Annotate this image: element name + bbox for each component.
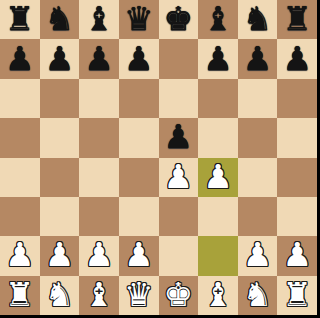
square-h8[interactable]: ♜ — [277, 0, 317, 39]
square-e2[interactable] — [159, 236, 199, 275]
square-f4[interactable]: ♟ — [198, 158, 238, 197]
square-a4[interactable] — [0, 158, 40, 197]
square-c8[interactable]: ♝ — [79, 0, 119, 39]
square-d7[interactable]: ♟ — [119, 39, 159, 78]
piece-black-pawn[interactable]: ♟ — [164, 120, 194, 153]
square-e7[interactable] — [159, 39, 199, 78]
square-g7[interactable]: ♟ — [238, 39, 278, 78]
square-g5[interactable] — [238, 118, 278, 157]
square-h1[interactable]: ♜ — [277, 276, 317, 315]
square-a3[interactable] — [0, 197, 40, 236]
piece-white-bishop[interactable]: ♝ — [84, 278, 114, 311]
piece-black-pawn[interactable]: ♟ — [84, 42, 114, 75]
piece-black-knight[interactable]: ♞ — [243, 2, 273, 35]
piece-white-bishop[interactable]: ♝ — [203, 278, 233, 311]
piece-black-pawn[interactable]: ♟ — [5, 42, 35, 75]
piece-white-knight[interactable]: ♞ — [45, 278, 75, 311]
piece-white-pawn[interactable]: ♟ — [203, 160, 233, 193]
piece-black-rook[interactable]: ♜ — [282, 2, 312, 35]
square-d5[interactable] — [119, 118, 159, 157]
piece-white-queen[interactable]: ♛ — [124, 278, 154, 311]
piece-black-pawn[interactable]: ♟ — [243, 42, 273, 75]
square-d8[interactable]: ♛ — [119, 0, 159, 39]
piece-white-king[interactable]: ♚ — [164, 278, 194, 311]
piece-black-king[interactable]: ♚ — [164, 2, 194, 35]
square-a6[interactable] — [0, 79, 40, 118]
piece-black-pawn[interactable]: ♟ — [282, 42, 312, 75]
square-h2[interactable]: ♟ — [277, 236, 317, 275]
square-c3[interactable] — [79, 197, 119, 236]
square-f1[interactable]: ♝ — [198, 276, 238, 315]
square-h3[interactable] — [277, 197, 317, 236]
piece-black-bishop[interactable]: ♝ — [203, 2, 233, 35]
piece-black-knight[interactable]: ♞ — [45, 2, 75, 35]
piece-white-pawn[interactable]: ♟ — [282, 238, 312, 271]
square-e8[interactable]: ♚ — [159, 0, 199, 39]
chess-board-container: ♜♞♝♛♚♝♞♜♟♟♟♟♟♟♟♟♟♟♟♟♟♟♟♟♜♞♝♛♚♝♞♜ — [0, 0, 320, 318]
square-e3[interactable] — [159, 197, 199, 236]
square-d6[interactable] — [119, 79, 159, 118]
square-c2[interactable]: ♟ — [79, 236, 119, 275]
square-c5[interactable] — [79, 118, 119, 157]
square-d3[interactable] — [119, 197, 159, 236]
piece-black-pawn[interactable]: ♟ — [203, 42, 233, 75]
square-d2[interactable]: ♟ — [119, 236, 159, 275]
square-b1[interactable]: ♞ — [40, 276, 80, 315]
piece-black-queen[interactable]: ♛ — [124, 2, 154, 35]
piece-white-pawn[interactable]: ♟ — [84, 238, 114, 271]
square-f6[interactable] — [198, 79, 238, 118]
square-g2[interactable]: ♟ — [238, 236, 278, 275]
square-g4[interactable] — [238, 158, 278, 197]
square-f7[interactable]: ♟ — [198, 39, 238, 78]
square-g8[interactable]: ♞ — [238, 0, 278, 39]
square-c6[interactable] — [79, 79, 119, 118]
piece-black-pawn[interactable]: ♟ — [124, 42, 154, 75]
square-f2[interactable] — [198, 236, 238, 275]
square-a1[interactable]: ♜ — [0, 276, 40, 315]
square-b4[interactable] — [40, 158, 80, 197]
piece-white-knight[interactable]: ♞ — [243, 278, 273, 311]
square-h7[interactable]: ♟ — [277, 39, 317, 78]
square-g1[interactable]: ♞ — [238, 276, 278, 315]
square-h4[interactable] — [277, 158, 317, 197]
piece-white-pawn[interactable]: ♟ — [45, 238, 75, 271]
piece-white-pawn[interactable]: ♟ — [5, 238, 35, 271]
square-b2[interactable]: ♟ — [40, 236, 80, 275]
square-h6[interactable] — [277, 79, 317, 118]
square-f3[interactable] — [198, 197, 238, 236]
square-h5[interactable] — [277, 118, 317, 157]
piece-white-rook[interactable]: ♜ — [282, 278, 312, 311]
square-g3[interactable] — [238, 197, 278, 236]
square-a7[interactable]: ♟ — [0, 39, 40, 78]
piece-black-bishop[interactable]: ♝ — [84, 2, 114, 35]
piece-black-pawn[interactable]: ♟ — [45, 42, 75, 75]
piece-white-pawn[interactable]: ♟ — [124, 238, 154, 271]
square-c4[interactable] — [79, 158, 119, 197]
piece-white-pawn[interactable]: ♟ — [164, 160, 194, 193]
square-b5[interactable] — [40, 118, 80, 157]
square-a8[interactable]: ♜ — [0, 0, 40, 39]
square-e5[interactable]: ♟ — [159, 118, 199, 157]
square-b3[interactable] — [40, 197, 80, 236]
square-b8[interactable]: ♞ — [40, 0, 80, 39]
square-c1[interactable]: ♝ — [79, 276, 119, 315]
square-a2[interactable]: ♟ — [0, 236, 40, 275]
square-c7[interactable]: ♟ — [79, 39, 119, 78]
piece-black-rook[interactable]: ♜ — [5, 2, 35, 35]
square-g6[interactable] — [238, 79, 278, 118]
square-b7[interactable]: ♟ — [40, 39, 80, 78]
chess-board: ♜♞♝♛♚♝♞♜♟♟♟♟♟♟♟♟♟♟♟♟♟♟♟♟♜♞♝♛♚♝♞♜ — [0, 0, 317, 315]
square-e4[interactable]: ♟ — [159, 158, 199, 197]
square-e1[interactable]: ♚ — [159, 276, 199, 315]
square-b6[interactable] — [40, 79, 80, 118]
square-d1[interactable]: ♛ — [119, 276, 159, 315]
square-e6[interactable] — [159, 79, 199, 118]
square-f5[interactable] — [198, 118, 238, 157]
piece-white-rook[interactable]: ♜ — [5, 278, 35, 311]
square-f8[interactable]: ♝ — [198, 0, 238, 39]
square-d4[interactable] — [119, 158, 159, 197]
piece-white-pawn[interactable]: ♟ — [243, 238, 273, 271]
square-a5[interactable] — [0, 118, 40, 157]
